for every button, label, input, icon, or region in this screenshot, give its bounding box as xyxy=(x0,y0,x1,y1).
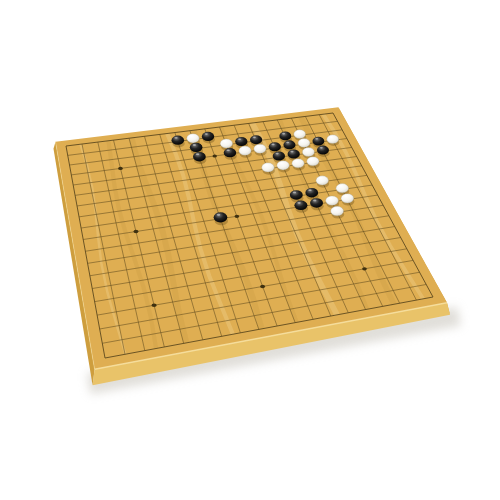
stone-white-Q10-highlight xyxy=(329,197,332,199)
stone-white-Q16-highlight xyxy=(301,140,304,142)
stone-black-H18 xyxy=(172,136,185,145)
stone-black-O10 xyxy=(294,200,307,210)
stone-white-Q17 xyxy=(294,130,306,139)
stone-white-Q9 xyxy=(331,206,344,216)
stone-white-M16-highlight xyxy=(242,147,245,149)
star-point xyxy=(151,303,156,307)
stone-black-J16-highlight xyxy=(196,153,199,155)
stone-white-Q15-highlight xyxy=(305,149,308,151)
stone-white-R10 xyxy=(341,194,354,203)
stone-black-L16-highlight xyxy=(227,149,230,151)
stone-white-L17-highlight xyxy=(223,140,226,142)
go-board-photo-svg xyxy=(0,0,500,500)
stone-black-P10-highlight xyxy=(313,200,316,202)
stone-black-O16-highlight xyxy=(271,144,274,146)
stone-black-M17-highlight xyxy=(238,138,241,140)
star-point xyxy=(212,154,216,157)
stone-white-Q12 xyxy=(316,176,328,185)
stone-white-Q12-highlight xyxy=(319,177,322,179)
stone-black-P16-highlight xyxy=(286,142,289,144)
stone-black-J10-highlight xyxy=(217,214,221,216)
stone-black-K18-highlight xyxy=(205,133,208,135)
stone-white-Q14 xyxy=(307,157,319,166)
stone-black-O15 xyxy=(273,151,285,160)
stone-white-R11-highlight xyxy=(339,185,342,187)
stone-white-M16 xyxy=(239,146,251,155)
star-point xyxy=(134,230,139,233)
stone-black-O11-highlight xyxy=(293,192,296,194)
stone-black-R16-highlight xyxy=(315,138,318,140)
stone-white-S16-highlight xyxy=(330,136,333,138)
stone-black-N17 xyxy=(250,135,262,144)
stone-black-J17 xyxy=(190,143,203,152)
stone-white-N16-highlight xyxy=(257,146,260,148)
stone-black-R15-highlight xyxy=(320,147,323,149)
stone-black-P10 xyxy=(310,198,323,208)
stone-white-O14 xyxy=(277,161,289,170)
stone-black-J17-highlight xyxy=(193,144,196,146)
stone-black-P15-highlight xyxy=(290,151,293,153)
stone-white-Q16 xyxy=(298,139,310,148)
stone-black-M17 xyxy=(235,137,247,146)
stone-white-J18 xyxy=(187,134,199,143)
stone-white-S16 xyxy=(327,135,339,144)
stone-black-L16 xyxy=(224,148,237,157)
stone-black-P11 xyxy=(305,188,318,197)
stone-black-R16 xyxy=(312,137,324,146)
stone-white-J18-highlight xyxy=(190,135,193,137)
stone-black-P16 xyxy=(283,140,295,149)
stone-black-P15 xyxy=(288,149,300,158)
stone-white-N14 xyxy=(262,163,275,172)
stone-white-Q15 xyxy=(302,148,314,157)
stone-white-O14-highlight xyxy=(280,162,283,164)
stone-black-N17-highlight xyxy=(253,137,256,139)
stone-white-Q17-highlight xyxy=(296,131,299,133)
stone-black-K18 xyxy=(202,132,214,141)
stone-white-P14-highlight xyxy=(295,160,298,162)
stone-white-Q9-highlight xyxy=(334,208,337,210)
stone-white-R11 xyxy=(336,184,349,193)
stone-black-O10-highlight xyxy=(297,202,300,204)
stone-white-Q10 xyxy=(326,196,339,205)
stone-black-P11-highlight xyxy=(308,189,311,191)
stone-black-J16 xyxy=(193,152,206,161)
stone-black-R15 xyxy=(317,146,329,155)
star-point xyxy=(260,285,265,288)
go-board-product-photo xyxy=(0,0,500,500)
stone-black-P17-highlight xyxy=(282,133,285,135)
star-point xyxy=(235,215,240,218)
stone-black-O15-highlight xyxy=(276,153,279,155)
stone-black-P17 xyxy=(279,132,291,141)
stone-black-O11 xyxy=(290,190,303,200)
stone-white-N14-highlight xyxy=(265,164,268,166)
stone-white-P14 xyxy=(292,159,304,168)
stone-black-O16 xyxy=(269,142,281,151)
stone-black-J10 xyxy=(214,212,228,222)
star-point xyxy=(118,167,123,170)
stone-white-N16 xyxy=(254,144,266,153)
stone-white-L17 xyxy=(220,139,232,148)
stone-black-H18-highlight xyxy=(174,137,177,139)
star-point xyxy=(362,267,367,270)
stone-white-Q14-highlight xyxy=(310,158,313,160)
stone-white-R10-highlight xyxy=(344,195,347,197)
